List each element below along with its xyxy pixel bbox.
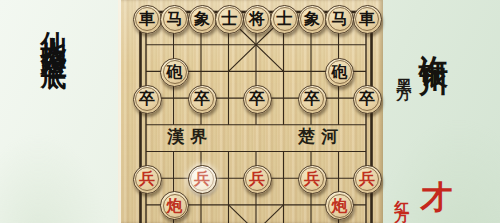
piece-black-advisor[interactable]: 士 bbox=[215, 5, 244, 34]
piece-black-soldier[interactable]: 卒 bbox=[298, 85, 327, 114]
black-side-label: 黑方 bbox=[396, 66, 411, 80]
piece-black-cannon[interactable]: 砲 bbox=[325, 58, 354, 87]
piece-red-soldier[interactable]: 兵 bbox=[243, 165, 272, 194]
piece-red-cannon[interactable]: 炮 bbox=[325, 191, 354, 220]
scene: 仙人指路对卒底 许银川 黑方 才 红方 bbox=[0, 0, 500, 223]
piece-black-horse[interactable]: 马 bbox=[325, 5, 354, 34]
piece-black-rook[interactable]: 車 bbox=[353, 5, 382, 34]
xiangqi-board[interactable]: 漢界 楚河 車马象士将士象马車砲砲卒卒卒卒卒兵兵兵兵兵炮炮 bbox=[118, 0, 383, 223]
piece-black-rook[interactable]: 車 bbox=[133, 5, 162, 34]
grass-watermark bbox=[0, 133, 110, 223]
piece-red-soldier[interactable]: 兵 bbox=[188, 165, 217, 194]
piece-black-soldier[interactable]: 卒 bbox=[243, 85, 272, 114]
piece-black-elephant[interactable]: 象 bbox=[298, 5, 327, 34]
piece-red-soldier[interactable]: 兵 bbox=[298, 165, 327, 194]
piece-black-horse[interactable]: 马 bbox=[160, 5, 189, 34]
piece-black-general[interactable]: 将 bbox=[243, 5, 272, 34]
black-player-name: 许银川 bbox=[419, 31, 448, 49]
piece-black-soldier[interactable]: 卒 bbox=[353, 85, 382, 114]
piece-red-cannon[interactable]: 炮 bbox=[160, 191, 189, 220]
piece-black-advisor[interactable]: 士 bbox=[270, 5, 299, 34]
red-player-name: 才 bbox=[421, 155, 453, 161]
opening-title: 仙人指路对卒底 bbox=[41, 11, 67, 46]
piece-red-soldier[interactable]: 兵 bbox=[133, 165, 162, 194]
piece-black-soldier[interactable]: 卒 bbox=[188, 85, 217, 114]
piece-layer: 車马象士将士象马車砲砲卒卒卒卒卒兵兵兵兵兵炮炮 bbox=[121, 0, 383, 223]
grass-watermark bbox=[375, 118, 500, 223]
piece-black-elephant[interactable]: 象 bbox=[188, 5, 217, 34]
red-side-label: 红方 bbox=[394, 188, 409, 202]
piece-black-cannon[interactable]: 砲 bbox=[160, 58, 189, 87]
piece-black-soldier[interactable]: 卒 bbox=[133, 85, 162, 114]
piece-red-soldier[interactable]: 兵 bbox=[353, 165, 382, 194]
